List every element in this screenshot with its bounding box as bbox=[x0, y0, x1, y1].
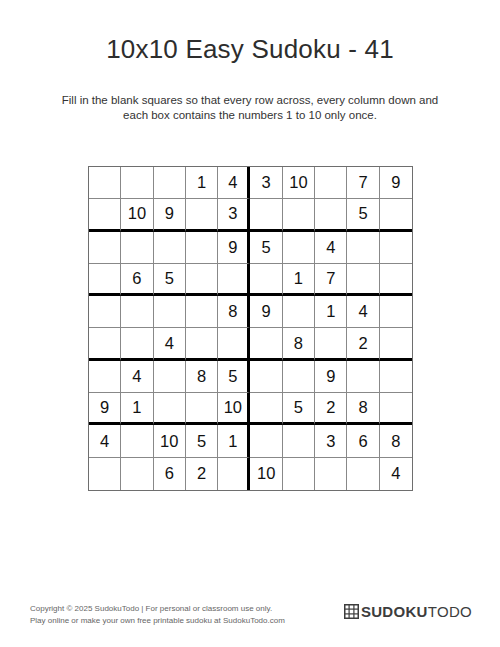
cell-r9c5: 1 bbox=[218, 425, 250, 457]
cell-r6c4[interactable] bbox=[186, 328, 218, 360]
cell-r9c3: 10 bbox=[154, 425, 186, 457]
cell-r5c5: 8 bbox=[218, 296, 250, 328]
cell-r6c1[interactable] bbox=[89, 328, 121, 360]
cell-r3c1[interactable] bbox=[89, 232, 121, 264]
cell-r2c6[interactable] bbox=[250, 199, 282, 231]
cell-r3c7[interactable] bbox=[283, 232, 315, 264]
cell-r2c2: 10 bbox=[121, 199, 153, 231]
cell-r6c5[interactable] bbox=[218, 328, 250, 360]
page-title: 10x10 Easy Sudoku - 41 bbox=[0, 34, 500, 65]
cell-r4c8: 7 bbox=[315, 264, 347, 296]
cell-r3c5: 9 bbox=[218, 232, 250, 264]
cell-r7c7[interactable] bbox=[283, 361, 315, 393]
cell-r7c2: 4 bbox=[121, 361, 153, 393]
cell-r7c3[interactable] bbox=[154, 361, 186, 393]
cell-r5c8: 1 bbox=[315, 296, 347, 328]
cell-r2c5: 3 bbox=[218, 199, 250, 231]
cell-r1c7: 10 bbox=[283, 167, 315, 199]
cell-r8c3[interactable] bbox=[154, 393, 186, 425]
cell-r7c9[interactable] bbox=[347, 361, 379, 393]
cell-r5c3[interactable] bbox=[154, 296, 186, 328]
cell-r9c6[interactable] bbox=[250, 425, 282, 457]
cell-r1c2[interactable] bbox=[121, 167, 153, 199]
cell-r10c7[interactable] bbox=[283, 458, 315, 490]
cell-r10c8[interactable] bbox=[315, 458, 347, 490]
sudokutodo-logo: SUDOKUTODO bbox=[344, 602, 472, 620]
cell-r8c8: 2 bbox=[315, 393, 347, 425]
cell-r8c2: 1 bbox=[121, 393, 153, 425]
cell-r1c10: 9 bbox=[380, 167, 412, 199]
cell-r6c9: 2 bbox=[347, 328, 379, 360]
cell-r1c8[interactable] bbox=[315, 167, 347, 199]
cell-r10c4: 2 bbox=[186, 458, 218, 490]
cell-r5c2[interactable] bbox=[121, 296, 153, 328]
cell-r5c10[interactable] bbox=[380, 296, 412, 328]
cell-r8c7: 5 bbox=[283, 393, 315, 425]
cell-r8c4[interactable] bbox=[186, 393, 218, 425]
logo-text-sudoku: SUDOKU bbox=[361, 603, 428, 620]
cell-r6c7: 8 bbox=[283, 328, 315, 360]
cell-r8c6[interactable] bbox=[250, 393, 282, 425]
cell-r2c9: 5 bbox=[347, 199, 379, 231]
cell-r9c2[interactable] bbox=[121, 425, 153, 457]
cell-r7c10[interactable] bbox=[380, 361, 412, 393]
cell-r2c10[interactable] bbox=[380, 199, 412, 231]
cell-r3c8: 4 bbox=[315, 232, 347, 264]
cell-r5c4[interactable] bbox=[186, 296, 218, 328]
cell-r3c9[interactable] bbox=[347, 232, 379, 264]
cell-r5c1[interactable] bbox=[89, 296, 121, 328]
copyright-line2: Play online or make your own free printa… bbox=[30, 615, 285, 627]
cell-r8c5: 10 bbox=[218, 393, 250, 425]
cell-r9c7[interactable] bbox=[283, 425, 315, 457]
cell-r4c5[interactable] bbox=[218, 264, 250, 296]
cell-r6c6[interactable] bbox=[250, 328, 282, 360]
page: { "game": "sudoku-10x10", "title": "10x1… bbox=[0, 0, 500, 647]
cell-r4c3: 5 bbox=[154, 264, 186, 296]
cell-r6c10[interactable] bbox=[380, 328, 412, 360]
sudoku-grid: 1431079109359546517891448248599110528410… bbox=[88, 166, 413, 491]
cell-r9c4: 5 bbox=[186, 425, 218, 457]
cell-r8c10[interactable] bbox=[380, 393, 412, 425]
cell-r1c9: 7 bbox=[347, 167, 379, 199]
cell-r5c7[interactable] bbox=[283, 296, 315, 328]
cell-r9c1: 4 bbox=[89, 425, 121, 457]
cell-r10c1[interactable] bbox=[89, 458, 121, 490]
cell-r7c8: 9 bbox=[315, 361, 347, 393]
cell-r7c1[interactable] bbox=[89, 361, 121, 393]
cell-r8c9: 8 bbox=[347, 393, 379, 425]
cell-r10c10: 4 bbox=[380, 458, 412, 490]
cell-r4c1[interactable] bbox=[89, 264, 121, 296]
cell-r4c9[interactable] bbox=[347, 264, 379, 296]
cell-r9c10: 8 bbox=[380, 425, 412, 457]
cell-r10c6: 10 bbox=[250, 458, 282, 490]
cell-r10c9[interactable] bbox=[347, 458, 379, 490]
cell-r9c8: 3 bbox=[315, 425, 347, 457]
cell-r3c4[interactable] bbox=[186, 232, 218, 264]
cell-r3c6: 5 bbox=[250, 232, 282, 264]
cell-r2c4[interactable] bbox=[186, 199, 218, 231]
cell-r4c10[interactable] bbox=[380, 264, 412, 296]
cell-r1c3[interactable] bbox=[154, 167, 186, 199]
cell-r4c2: 6 bbox=[121, 264, 153, 296]
footer-copyright: Copyright © 2025 SudokuTodo | For person… bbox=[30, 603, 285, 626]
cell-r5c6: 9 bbox=[250, 296, 282, 328]
cell-r3c2[interactable] bbox=[121, 232, 153, 264]
cell-r10c3: 6 bbox=[154, 458, 186, 490]
instructions: Fill in the blank squares so that every … bbox=[0, 93, 500, 122]
cell-r1c1[interactable] bbox=[89, 167, 121, 199]
instructions-line1: Fill in the blank squares so that every … bbox=[0, 93, 500, 108]
cell-r7c5: 5 bbox=[218, 361, 250, 393]
cell-r3c3[interactable] bbox=[154, 232, 186, 264]
cell-r1c5: 4 bbox=[218, 167, 250, 199]
copyright-line1: Copyright © 2025 SudokuTodo | For person… bbox=[30, 603, 285, 615]
cell-r1c4: 1 bbox=[186, 167, 218, 199]
cell-r6c8[interactable] bbox=[315, 328, 347, 360]
cell-r10c2[interactable] bbox=[121, 458, 153, 490]
cell-r4c6[interactable] bbox=[250, 264, 282, 296]
instructions-line2: each box contains the numbers 1 to 10 on… bbox=[0, 108, 500, 123]
cell-r3c10[interactable] bbox=[380, 232, 412, 264]
cell-r4c4[interactable] bbox=[186, 264, 218, 296]
cell-r4c7: 1 bbox=[283, 264, 315, 296]
cell-r10c5[interactable] bbox=[218, 458, 250, 490]
cell-r6c3: 4 bbox=[154, 328, 186, 360]
cell-r5c9: 4 bbox=[347, 296, 379, 328]
cell-r2c1[interactable] bbox=[89, 199, 121, 231]
cell-r2c8[interactable] bbox=[315, 199, 347, 231]
logo-text-todo: TODO bbox=[428, 603, 472, 620]
sudoku-grid-icon bbox=[344, 604, 359, 619]
cell-r7c6[interactable] bbox=[250, 361, 282, 393]
cell-r2c3: 9 bbox=[154, 199, 186, 231]
cell-r7c4: 8 bbox=[186, 361, 218, 393]
cell-r9c9: 6 bbox=[347, 425, 379, 457]
cell-r8c1: 9 bbox=[89, 393, 121, 425]
cell-r2c7[interactable] bbox=[283, 199, 315, 231]
cell-r6c2[interactable] bbox=[121, 328, 153, 360]
cell-r1c6: 3 bbox=[250, 167, 282, 199]
